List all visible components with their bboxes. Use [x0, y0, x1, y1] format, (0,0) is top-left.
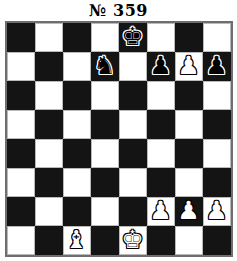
square-g3 [175, 168, 203, 197]
square-c6 [63, 81, 91, 110]
chess-board: ♚♞♟♟♟♟♟♟♝♚ [5, 21, 233, 257]
square-c5 [63, 110, 91, 139]
square-d6 [91, 81, 119, 110]
square-e2 [119, 197, 147, 226]
square-a4 [7, 139, 35, 168]
square-d8 [91, 23, 119, 52]
square-f3 [147, 168, 175, 197]
piece-black-king: ♚ [121, 24, 143, 49]
square-g6 [175, 81, 203, 110]
square-b6 [35, 81, 63, 110]
square-f2: ♟ [147, 197, 175, 226]
square-h5 [203, 110, 231, 139]
piece-white-pawn: ♟ [177, 198, 199, 223]
square-e7 [119, 52, 147, 81]
square-b1 [35, 226, 63, 255]
square-a2 [7, 197, 35, 226]
square-h6 [203, 81, 231, 110]
square-d1 [91, 226, 119, 255]
piece-white-pawn: ♟ [205, 198, 227, 223]
piece-white-king: ♚ [121, 227, 143, 252]
square-b2 [35, 197, 63, 226]
square-e1: ♚ [119, 226, 147, 255]
square-g5 [175, 110, 203, 139]
square-b7 [35, 52, 63, 81]
problem-number: № 359 [89, 0, 148, 21]
square-h2: ♟ [203, 197, 231, 226]
square-f1 [147, 226, 175, 255]
square-d3 [91, 168, 119, 197]
square-e4 [119, 139, 147, 168]
square-d7: ♞ [91, 52, 119, 81]
square-h1 [203, 226, 231, 255]
piece-black-knight: ♞ [93, 53, 115, 78]
piece-white-bishop: ♝ [65, 227, 87, 252]
square-e5 [119, 110, 147, 139]
square-g2: ♟ [175, 197, 203, 226]
square-c3 [63, 168, 91, 197]
square-f8 [147, 23, 175, 52]
square-b8 [35, 23, 63, 52]
square-b3 [35, 168, 63, 197]
square-c2 [63, 197, 91, 226]
square-f4 [147, 139, 175, 168]
square-g7: ♟ [175, 52, 203, 81]
square-g4 [175, 139, 203, 168]
square-c8 [63, 23, 91, 52]
square-a8 [7, 23, 35, 52]
square-c1: ♝ [63, 226, 91, 255]
square-d4 [91, 139, 119, 168]
square-b5 [35, 110, 63, 139]
piece-white-pawn: ♟ [149, 198, 171, 223]
square-e8: ♚ [119, 23, 147, 52]
chess-diagram-page: № 359 ♚♞♟♟♟♟♟♟♝♚ [0, 0, 237, 261]
piece-white-pawn: ♟ [177, 53, 199, 78]
square-e3 [119, 168, 147, 197]
square-a1 [7, 226, 35, 255]
square-f5 [147, 110, 175, 139]
square-e6 [119, 81, 147, 110]
square-d2 [91, 197, 119, 226]
square-g1 [175, 226, 203, 255]
square-a3 [7, 168, 35, 197]
piece-black-pawn: ♟ [205, 53, 227, 78]
square-c4 [63, 139, 91, 168]
square-h8 [203, 23, 231, 52]
square-h7: ♟ [203, 52, 231, 81]
square-a5 [7, 110, 35, 139]
square-a7 [7, 52, 35, 81]
square-a6 [7, 81, 35, 110]
square-f6 [147, 81, 175, 110]
square-f7: ♟ [147, 52, 175, 81]
piece-black-pawn: ♟ [149, 53, 171, 78]
square-b4 [35, 139, 63, 168]
square-c7 [63, 52, 91, 81]
square-g8 [175, 23, 203, 52]
square-h3 [203, 168, 231, 197]
square-d5 [91, 110, 119, 139]
square-h4 [203, 139, 231, 168]
